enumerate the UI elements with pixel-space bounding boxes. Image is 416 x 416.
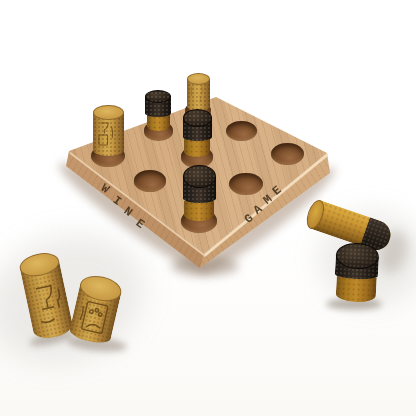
loose-cork-1-light[interactable] (18, 249, 75, 340)
loose-cork-4-dark[interactable] (333, 242, 379, 303)
loose-cork-2-light[interactable] (68, 272, 124, 346)
photo-scene: { "game": "tic-tac-toe", "variant": "woo… (0, 0, 416, 416)
etched-design (24, 270, 72, 336)
cork-band (334, 276, 375, 303)
loose-corks (0, 0, 416, 416)
